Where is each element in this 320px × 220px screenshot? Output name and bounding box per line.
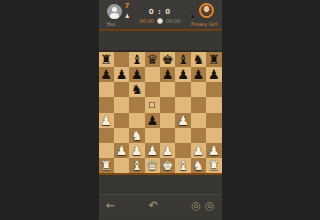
- square-e3[interactable]: [160, 128, 175, 143]
- square-b2[interactable]: ♟: [114, 143, 129, 158]
- square-d6[interactable]: [145, 82, 160, 97]
- circle-button-1[interactable]: ◎: [191, 200, 201, 211]
- square-a6[interactable]: [99, 82, 114, 97]
- black-pawn: ♟: [208, 68, 220, 81]
- square-g4[interactable]: [191, 113, 206, 128]
- square-f2[interactable]: [175, 143, 190, 158]
- square-f7[interactable]: ♟: [175, 67, 190, 82]
- square-g6[interactable]: [191, 82, 206, 97]
- white-pawn: ♟: [131, 144, 143, 157]
- square-e7[interactable]: ♟: [160, 67, 175, 82]
- upper-spacer: [99, 31, 222, 50]
- white-rook: ♜: [100, 159, 112, 172]
- square-c7[interactable]: ♟: [129, 67, 144, 82]
- back-button[interactable]: ←: [106, 200, 115, 211]
- square-c5[interactable]: [129, 97, 144, 112]
- square-d4[interactable]: ♟: [145, 113, 160, 128]
- black-bishop: ♝: [177, 53, 189, 66]
- square-c1[interactable]: ♝: [129, 158, 144, 173]
- square-b6[interactable]: [114, 82, 129, 97]
- square-h2[interactable]: ♟: [206, 143, 221, 158]
- square-d1[interactable]: ♛: [145, 158, 160, 173]
- square-e8[interactable]: ♚: [160, 52, 175, 67]
- black-knight: ♞: [131, 83, 143, 96]
- bottom-toolbar: ← ↶ ◎ ◎: [99, 194, 222, 216]
- avatar: [199, 3, 214, 18]
- square-c3[interactable]: ♞: [129, 128, 144, 143]
- square-h8[interactable]: ♜: [206, 52, 221, 67]
- person-icon: [110, 13, 119, 19]
- square-g5[interactable]: [191, 97, 206, 112]
- undo-button[interactable]: ↶: [148, 200, 157, 211]
- score: 0 : 0: [149, 8, 171, 16]
- black-pawn: ♟: [100, 68, 112, 81]
- square-h6[interactable]: [206, 82, 221, 97]
- square-c2[interactable]: ♟: [129, 143, 144, 158]
- square-d7[interactable]: [145, 67, 160, 82]
- square-b3[interactable]: [114, 128, 129, 143]
- black-king: ♚: [162, 53, 174, 66]
- white-pawn: ♟: [177, 114, 189, 127]
- square-f8[interactable]: ♝: [175, 52, 190, 67]
- square-a5[interactable]: [99, 97, 114, 112]
- white-queen: ♛: [146, 159, 158, 172]
- square-g8[interactable]: ♞: [191, 52, 206, 67]
- square-c8[interactable]: ♝: [129, 52, 144, 67]
- square-b5[interactable]: [114, 97, 129, 112]
- square-a3[interactable]: [99, 128, 114, 143]
- square-d5[interactable]: [145, 97, 160, 112]
- square-d8[interactable]: ♛: [145, 52, 160, 67]
- square-h7[interactable]: ♟: [206, 67, 221, 82]
- player-card-you[interactable]: 7 ♟ You: [99, 0, 141, 31]
- square-f4[interactable]: ♟: [175, 113, 190, 128]
- square-c4[interactable]: [129, 113, 144, 128]
- chess-app: 7 ♟ You 0 : 0 00:00 00:00 ♟ Freaky Girl …: [99, 0, 222, 220]
- timer-row: 00:00 00:00: [140, 18, 181, 24]
- square-f3[interactable]: [175, 128, 190, 143]
- white-knight: ♞: [193, 159, 205, 172]
- black-rook: ♜: [100, 53, 112, 66]
- square-h5[interactable]: [206, 97, 221, 112]
- black-queen: ♛: [146, 53, 158, 66]
- person-icon: [112, 7, 117, 12]
- avatar: [107, 4, 122, 19]
- square-h3[interactable]: [206, 128, 221, 143]
- white-pawn: ♟: [162, 144, 174, 157]
- white-pawn: ♟: [193, 144, 205, 157]
- square-h4[interactable]: [206, 113, 221, 128]
- player-name: Freaky Girl: [191, 21, 218, 27]
- square-d2[interactable]: ♟: [145, 143, 160, 158]
- black-pawn-icon: ♟: [190, 13, 195, 19]
- player-card-opponent[interactable]: ♟ Freaky Girl: [180, 0, 222, 31]
- square-a2[interactable]: [99, 143, 114, 158]
- square-b4[interactable]: [114, 113, 129, 128]
- toolbar-right-group: ◎ ◎: [191, 200, 214, 211]
- square-g3[interactable]: [191, 128, 206, 143]
- square-b8[interactable]: [114, 52, 129, 67]
- square-e2[interactable]: ♟: [160, 143, 175, 158]
- white-bishop: ♝: [131, 159, 143, 172]
- square-e1[interactable]: ♚: [160, 158, 175, 173]
- black-pawn: ♟: [116, 68, 128, 81]
- match-status: 0 : 0 00:00 00:00: [141, 0, 180, 31]
- square-e5[interactable]: [160, 97, 175, 112]
- white-king: ♚: [162, 159, 174, 172]
- last-move-marker: [149, 102, 155, 108]
- square-e4[interactable]: [160, 113, 175, 128]
- square-g7[interactable]: ♟: [191, 67, 206, 82]
- white-bishop: ♝: [177, 159, 189, 172]
- black-rook: ♜: [208, 53, 220, 66]
- circle-button-2[interactable]: ◎: [205, 200, 215, 211]
- square-c6[interactable]: ♞: [129, 82, 144, 97]
- square-g2[interactable]: ♟: [191, 143, 206, 158]
- square-b7[interactable]: ♟: [114, 67, 129, 82]
- square-a8[interactable]: ♜: [99, 52, 114, 67]
- square-d3[interactable]: [145, 128, 160, 143]
- square-f5[interactable]: [175, 97, 190, 112]
- black-pawn: ♟: [162, 68, 174, 81]
- white-knight: ♞: [131, 129, 143, 142]
- timer-right: 00:00: [166, 18, 180, 24]
- square-f1[interactable]: ♝: [175, 158, 190, 173]
- black-bishop: ♝: [131, 53, 143, 66]
- white-pawn: ♟: [208, 144, 220, 157]
- square-a7[interactable]: ♟: [99, 67, 114, 82]
- square-e6[interactable]: [160, 82, 175, 97]
- black-pawn: ♟: [131, 68, 143, 81]
- square-a4[interactable]: ♟: [99, 113, 114, 128]
- turn-indicator-white: [157, 18, 163, 24]
- white-pawn: ♟: [100, 114, 112, 127]
- white-pawn: ♟: [146, 144, 158, 157]
- player-level: 7: [125, 2, 130, 10]
- white-rook: ♜: [208, 159, 220, 172]
- white-pawn-icon: ♟: [125, 13, 130, 19]
- square-h1[interactable]: ♜: [206, 158, 221, 173]
- black-pawn: ♟: [193, 68, 205, 81]
- captured-pieces-tray: [99, 175, 222, 194]
- black-pawn: ♟: [146, 114, 158, 127]
- top-bar: 7 ♟ You 0 : 0 00:00 00:00 ♟ Freaky Girl: [99, 0, 222, 31]
- player-name: You: [107, 21, 116, 27]
- square-b1[interactable]: [114, 158, 129, 173]
- square-f6[interactable]: [175, 82, 190, 97]
- square-a1[interactable]: ♜: [99, 158, 114, 173]
- black-pawn: ♟: [177, 68, 189, 81]
- square-g1[interactable]: ♞: [191, 158, 206, 173]
- black-knight: ♞: [193, 53, 205, 66]
- white-pawn: ♟: [116, 144, 128, 157]
- timer-left: 00:00: [140, 18, 154, 24]
- chess-board: ♜♝♛♚♝♞♜♟♟♟♟♟♟♟♞♟♟♟♞♟♟♟♟♟♟♜♝♛♚♝♞♜: [99, 50, 222, 173]
